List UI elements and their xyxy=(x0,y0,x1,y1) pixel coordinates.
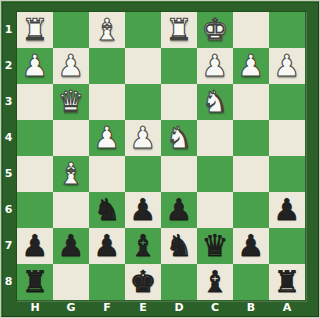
square-e7[interactable]: ♝ xyxy=(125,228,161,264)
square-h3[interactable] xyxy=(17,84,53,120)
piece-black-pawn[interactable]: ♟ xyxy=(89,228,125,264)
piece-white-knight[interactable]: ♞ xyxy=(197,84,233,120)
square-d8[interactable] xyxy=(161,264,197,300)
square-g7[interactable]: ♟ xyxy=(53,228,89,264)
board-frame: ♜♝♜♚♟♟♟♟♟♛♞♟♟♞♝♞♟♟♟♟♟♟♝♞♛♟♜♚♝♜ 12345678 … xyxy=(0,0,320,318)
square-g6[interactable] xyxy=(53,192,89,228)
file-label-b: B xyxy=(233,300,269,317)
square-a1[interactable] xyxy=(269,12,305,48)
piece-black-queen[interactable]: ♛ xyxy=(197,228,233,264)
rank-label-4: 4 xyxy=(1,120,16,156)
piece-white-bishop[interactable]: ♝ xyxy=(89,12,125,48)
rank-label-3: 3 xyxy=(1,84,16,120)
piece-white-knight[interactable]: ♞ xyxy=(161,120,197,156)
piece-black-rook[interactable]: ♜ xyxy=(269,264,305,300)
square-a3[interactable] xyxy=(269,84,305,120)
square-c2[interactable]: ♟ xyxy=(197,48,233,84)
square-d4[interactable]: ♞ xyxy=(161,120,197,156)
square-c6[interactable] xyxy=(197,192,233,228)
square-a8[interactable]: ♜ xyxy=(269,264,305,300)
square-f6[interactable]: ♞ xyxy=(89,192,125,228)
square-f5[interactable] xyxy=(89,156,125,192)
rank-label-1: 1 xyxy=(1,12,16,48)
square-d6[interactable]: ♟ xyxy=(161,192,197,228)
piece-white-rook[interactable]: ♜ xyxy=(161,12,197,48)
square-e8[interactable]: ♚ xyxy=(125,264,161,300)
square-c8[interactable]: ♝ xyxy=(197,264,233,300)
piece-black-king[interactable]: ♚ xyxy=(125,264,161,300)
rank-label-8: 8 xyxy=(1,264,16,300)
piece-white-king[interactable]: ♚ xyxy=(197,12,233,48)
rank-label-6: 6 xyxy=(1,192,16,228)
square-b4[interactable] xyxy=(233,120,269,156)
square-a5[interactable] xyxy=(269,156,305,192)
square-c5[interactable] xyxy=(197,156,233,192)
square-e3[interactable] xyxy=(125,84,161,120)
piece-white-pawn[interactable]: ♟ xyxy=(269,48,305,84)
piece-black-pawn[interactable]: ♟ xyxy=(161,192,197,228)
square-c1[interactable]: ♚ xyxy=(197,12,233,48)
piece-white-pawn[interactable]: ♟ xyxy=(233,48,269,84)
file-label-a: A xyxy=(269,300,305,317)
square-b5[interactable] xyxy=(233,156,269,192)
square-h6[interactable] xyxy=(17,192,53,228)
square-e4[interactable]: ♟ xyxy=(125,120,161,156)
square-b7[interactable]: ♟ xyxy=(233,228,269,264)
chess-board: ♜♝♜♚♟♟♟♟♟♛♞♟♟♞♝♞♟♟♟♟♟♟♝♞♛♟♜♚♝♜ xyxy=(17,12,305,300)
piece-white-bishop[interactable]: ♝ xyxy=(53,156,89,192)
square-a4[interactable] xyxy=(269,120,305,156)
piece-white-queen[interactable]: ♛ xyxy=(53,84,89,120)
square-f8[interactable] xyxy=(89,264,125,300)
square-f7[interactable]: ♟ xyxy=(89,228,125,264)
file-label-f: F xyxy=(89,300,125,317)
file-label-h: H xyxy=(17,300,53,317)
square-e1[interactable] xyxy=(125,12,161,48)
file-label-e: E xyxy=(125,300,161,317)
square-h1[interactable]: ♜ xyxy=(17,12,53,48)
square-d2[interactable] xyxy=(161,48,197,84)
square-a7[interactable] xyxy=(269,228,305,264)
square-c7[interactable]: ♛ xyxy=(197,228,233,264)
file-label-d: D xyxy=(161,300,197,317)
square-d7[interactable]: ♞ xyxy=(161,228,197,264)
square-c3[interactable]: ♞ xyxy=(197,84,233,120)
square-f3[interactable] xyxy=(89,84,125,120)
square-b6[interactable] xyxy=(233,192,269,228)
square-f2[interactable] xyxy=(89,48,125,84)
piece-black-pawn[interactable]: ♟ xyxy=(233,228,269,264)
square-a6[interactable]: ♟ xyxy=(269,192,305,228)
file-label-c: C xyxy=(197,300,233,317)
piece-white-pawn[interactable]: ♟ xyxy=(125,120,161,156)
piece-black-bishop[interactable]: ♝ xyxy=(125,228,161,264)
piece-white-pawn[interactable]: ♟ xyxy=(53,48,89,84)
square-g2[interactable]: ♟ xyxy=(53,48,89,84)
square-e6[interactable]: ♟ xyxy=(125,192,161,228)
square-h5[interactable] xyxy=(17,156,53,192)
piece-black-knight[interactable]: ♞ xyxy=(89,192,125,228)
square-h2[interactable]: ♟ xyxy=(17,48,53,84)
piece-white-pawn[interactable]: ♟ xyxy=(89,120,125,156)
rank-label-5: 5 xyxy=(1,156,16,192)
square-d5[interactable] xyxy=(161,156,197,192)
rank-label-2: 2 xyxy=(1,48,16,84)
square-b2[interactable]: ♟ xyxy=(233,48,269,84)
piece-black-knight[interactable]: ♞ xyxy=(161,228,197,264)
piece-white-pawn[interactable]: ♟ xyxy=(17,48,53,84)
square-g4[interactable] xyxy=(53,120,89,156)
square-d3[interactable] xyxy=(161,84,197,120)
square-g5[interactable]: ♝ xyxy=(53,156,89,192)
square-b3[interactable] xyxy=(233,84,269,120)
piece-black-bishop[interactable]: ♝ xyxy=(197,264,233,300)
square-e5[interactable] xyxy=(125,156,161,192)
piece-black-pawn[interactable]: ♟ xyxy=(125,192,161,228)
square-c4[interactable] xyxy=(197,120,233,156)
square-f1[interactable]: ♝ xyxy=(89,12,125,48)
square-b8[interactable] xyxy=(233,264,269,300)
square-f4[interactable]: ♟ xyxy=(89,120,125,156)
piece-black-rook[interactable]: ♜ xyxy=(17,264,53,300)
square-h8[interactable]: ♜ xyxy=(17,264,53,300)
square-e2[interactable] xyxy=(125,48,161,84)
piece-black-pawn[interactable]: ♟ xyxy=(17,228,53,264)
piece-white-rook[interactable]: ♜ xyxy=(17,12,53,48)
rank-label-7: 7 xyxy=(1,228,16,264)
square-a2[interactable]: ♟ xyxy=(269,48,305,84)
piece-white-pawn[interactable]: ♟ xyxy=(197,48,233,84)
square-b1[interactable] xyxy=(233,12,269,48)
square-h7[interactable]: ♟ xyxy=(17,228,53,264)
square-g8[interactable] xyxy=(53,264,89,300)
square-h4[interactable] xyxy=(17,120,53,156)
square-g3[interactable]: ♛ xyxy=(53,84,89,120)
square-d1[interactable]: ♜ xyxy=(161,12,197,48)
square-g1[interactable] xyxy=(53,12,89,48)
piece-black-pawn[interactable]: ♟ xyxy=(53,228,89,264)
piece-black-pawn[interactable]: ♟ xyxy=(269,192,305,228)
file-label-g: G xyxy=(53,300,89,317)
